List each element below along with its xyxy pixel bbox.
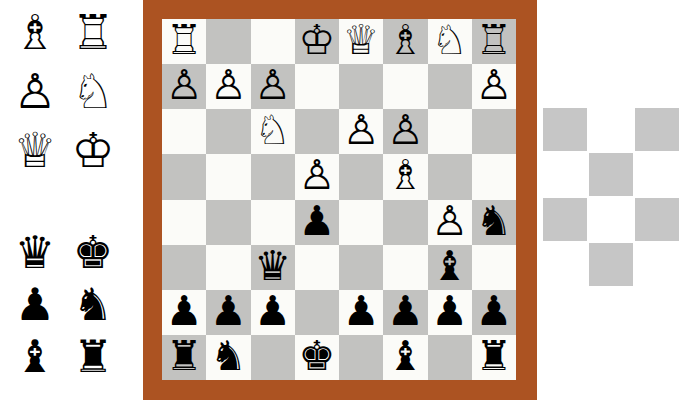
palette-black-king[interactable]: ♚ — [64, 226, 122, 278]
square-h8[interactable]: ♜ — [162, 335, 206, 380]
white-piece-palette: ♗♖♙♘♕♔ — [6, 2, 122, 179]
black-pawn[interactable]: ♟ — [210, 291, 247, 332]
chess-board: ♖♔♕♗♘♖♙♙♙♙♘♙♙♙♗♟♙♞♛♝♟♟♟♟♟♟♟♜♞♚♝♜ — [162, 19, 516, 380]
fragment-square-r4c2 — [588, 242, 634, 287]
white-bishop[interactable]: ♗ — [387, 155, 424, 196]
white-knight[interactable]: ♘ — [431, 20, 468, 61]
fragment-square-r3c3 — [634, 197, 680, 242]
fragment-square-r2c3 — [634, 152, 680, 197]
square-c6[interactable] — [383, 245, 427, 290]
fragment-square-r1c1 — [542, 107, 588, 152]
square-e7[interactable] — [295, 290, 339, 335]
palette-white-queen[interactable]: ♕ — [6, 120, 64, 179]
black-bishop[interactable]: ♝ — [431, 246, 468, 287]
fragment-square-r4c3 — [634, 242, 680, 287]
white-queen[interactable]: ♕ — [343, 20, 380, 61]
square-d3[interactable]: ♙ — [339, 109, 383, 154]
square-c8[interactable]: ♝ — [383, 335, 427, 380]
square-b4[interactable] — [428, 154, 472, 199]
square-e5[interactable]: ♟ — [295, 200, 339, 245]
white-pawn[interactable]: ♙ — [254, 65, 291, 106]
fragment-square-r4c1 — [542, 242, 588, 287]
fragment-square-r2c1 — [542, 152, 588, 197]
white-rook[interactable]: ♖ — [166, 20, 203, 61]
square-c5[interactable] — [383, 200, 427, 245]
palette-white-king[interactable]: ♔ — [64, 120, 122, 179]
square-a2[interactable]: ♙ — [472, 64, 516, 109]
chess-board-frame: ♖♔♕♗♘♖♙♙♙♙♘♙♙♙♗♟♙♞♛♝♟♟♟♟♟♟♟♜♞♚♝♜ — [143, 0, 537, 400]
black-knight[interactable]: ♞ — [210, 336, 247, 377]
square-g1[interactable] — [206, 19, 250, 64]
black-pawn[interactable]: ♟ — [343, 291, 380, 332]
square-b2[interactable] — [428, 64, 472, 109]
square-b6[interactable]: ♝ — [428, 245, 472, 290]
palette-black-pawn[interactable]: ♟ — [6, 278, 64, 330]
square-h4[interactable] — [162, 154, 206, 199]
black-rook[interactable]: ♜ — [166, 336, 203, 377]
square-a8[interactable]: ♜ — [472, 335, 516, 380]
palette-black-queen[interactable]: ♛ — [6, 226, 64, 278]
square-b3[interactable] — [428, 109, 472, 154]
black-pawn[interactable]: ♟ — [387, 291, 424, 332]
black-pawn[interactable]: ♟ — [166, 291, 203, 332]
square-d6[interactable] — [339, 245, 383, 290]
square-b7[interactable]: ♟ — [428, 290, 472, 335]
square-d4[interactable] — [339, 154, 383, 199]
square-h7[interactable]: ♟ — [162, 290, 206, 335]
square-g4[interactable] — [206, 154, 250, 199]
square-b8[interactable] — [428, 335, 472, 380]
square-c2[interactable] — [383, 64, 427, 109]
white-pawn[interactable]: ♙ — [343, 110, 380, 151]
square-d8[interactable] — [339, 335, 383, 380]
square-a6[interactable] — [472, 245, 516, 290]
square-h3[interactable] — [162, 109, 206, 154]
square-f6[interactable]: ♛ — [251, 245, 295, 290]
white-knight[interactable]: ♘ — [254, 110, 291, 151]
square-f2[interactable]: ♙ — [251, 64, 295, 109]
square-b1[interactable]: ♘ — [428, 19, 472, 64]
palette-white-knight[interactable]: ♘ — [64, 61, 122, 120]
white-pawn[interactable]: ♙ — [298, 155, 335, 196]
black-piece-palette: ♛♚♟♞♝♜ — [6, 226, 122, 382]
square-d2[interactable] — [339, 64, 383, 109]
fragment-square-r1c3 — [634, 107, 680, 152]
square-c7[interactable]: ♟ — [383, 290, 427, 335]
square-g6[interactable] — [206, 245, 250, 290]
square-f1[interactable] — [251, 19, 295, 64]
square-e4[interactable]: ♙ — [295, 154, 339, 199]
square-h1[interactable]: ♖ — [162, 19, 206, 64]
white-pawn[interactable]: ♙ — [387, 110, 424, 151]
square-e2[interactable] — [295, 64, 339, 109]
white-pawn[interactable]: ♙ — [210, 65, 247, 106]
square-h5[interactable] — [162, 200, 206, 245]
palette-black-rook[interactable]: ♜ — [64, 330, 122, 382]
square-a7[interactable]: ♟ — [472, 290, 516, 335]
square-d1[interactable]: ♕ — [339, 19, 383, 64]
white-rook[interactable]: ♖ — [475, 20, 512, 61]
square-f8[interactable] — [251, 335, 295, 380]
square-g2[interactable]: ♙ — [206, 64, 250, 109]
palette-white-bishop[interactable]: ♗ — [6, 2, 64, 61]
square-e3[interactable] — [295, 109, 339, 154]
black-pawn[interactable]: ♟ — [298, 201, 335, 242]
square-e1[interactable]: ♔ — [295, 19, 339, 64]
square-g8[interactable]: ♞ — [206, 335, 250, 380]
palette-white-rook[interactable]: ♖ — [64, 2, 122, 61]
white-pawn[interactable]: ♙ — [475, 65, 512, 106]
square-d5[interactable] — [339, 200, 383, 245]
square-a3[interactable] — [472, 109, 516, 154]
square-e6[interactable] — [295, 245, 339, 290]
square-g5[interactable] — [206, 200, 250, 245]
square-a5[interactable]: ♞ — [472, 200, 516, 245]
black-rook[interactable]: ♜ — [475, 336, 512, 377]
square-g3[interactable] — [206, 109, 250, 154]
stray-board-fragment — [542, 107, 680, 287]
square-b5[interactable]: ♙ — [428, 200, 472, 245]
square-a1[interactable]: ♖ — [472, 19, 516, 64]
black-knight[interactable]: ♞ — [475, 201, 512, 242]
white-bishop[interactable]: ♗ — [387, 20, 424, 61]
fragment-square-r1c2 — [588, 107, 634, 152]
black-pawn[interactable]: ♟ — [431, 291, 468, 332]
square-f3[interactable]: ♘ — [251, 109, 295, 154]
square-c3[interactable]: ♙ — [383, 109, 427, 154]
square-f7[interactable]: ♟ — [251, 290, 295, 335]
black-bishop[interactable]: ♝ — [387, 336, 424, 377]
square-h6[interactable] — [162, 245, 206, 290]
square-e8[interactable]: ♚ — [295, 335, 339, 380]
square-c4[interactable]: ♗ — [383, 154, 427, 199]
white-pawn[interactable]: ♙ — [166, 65, 203, 106]
fragment-square-r3c2 — [588, 197, 634, 242]
square-h2[interactable]: ♙ — [162, 64, 206, 109]
black-pawn[interactable]: ♟ — [254, 291, 291, 332]
square-g7[interactable]: ♟ — [206, 290, 250, 335]
black-king[interactable]: ♚ — [298, 336, 335, 377]
palette-white-pawn[interactable]: ♙ — [6, 61, 64, 120]
black-pawn[interactable]: ♟ — [475, 291, 512, 332]
square-d7[interactable]: ♟ — [339, 290, 383, 335]
palette-black-bishop[interactable]: ♝ — [6, 330, 64, 382]
fragment-square-r3c1 — [542, 197, 588, 242]
square-f5[interactable] — [251, 200, 295, 245]
square-f4[interactable] — [251, 154, 295, 199]
white-pawn[interactable]: ♙ — [431, 201, 468, 242]
fragment-square-r2c2 — [588, 152, 634, 197]
black-queen[interactable]: ♛ — [254, 246, 291, 287]
square-a4[interactable] — [472, 154, 516, 199]
palette-black-knight[interactable]: ♞ — [64, 278, 122, 330]
white-king[interactable]: ♔ — [298, 20, 335, 61]
square-c1[interactable]: ♗ — [383, 19, 427, 64]
